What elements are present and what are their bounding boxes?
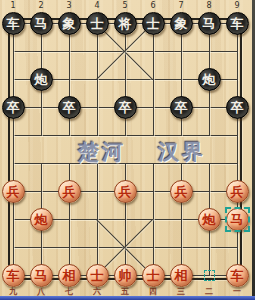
piece-black-soldier[interactable]: 卒 (114, 96, 137, 119)
file-label-top: 6 (147, 1, 159, 11)
file-label-bottom: 六 (91, 287, 103, 296)
piece-black-chariot[interactable]: 车 (226, 12, 249, 35)
file-label-bottom: 九 (7, 287, 19, 296)
window-edge-bottom (0, 296, 255, 300)
grid-line (181, 23, 182, 136)
grid-line (125, 23, 126, 136)
piece-red-chariot[interactable]: 车 (226, 264, 249, 287)
piece-red-soldier[interactable]: 兵 (2, 180, 25, 203)
piece-black-horse[interactable]: 马 (198, 12, 221, 35)
piece-red-general[interactable]: 帅 (114, 264, 137, 287)
piece-black-advisor[interactable]: 士 (142, 12, 165, 35)
piece-black-elephant[interactable]: 象 (58, 12, 81, 35)
window-edge-right (252, 0, 255, 300)
piece-black-cannon[interactable]: 炮 (198, 68, 221, 91)
piece-red-elephant[interactable]: 相 (58, 264, 81, 287)
file-label-bottom: 五 (119, 287, 131, 296)
piece-black-cannon[interactable]: 炮 (30, 68, 53, 91)
piece-red-soldier[interactable]: 兵 (226, 180, 249, 203)
file-label-top: 8 (203, 1, 215, 11)
piece-black-elephant[interactable]: 象 (170, 12, 193, 35)
piece-red-horse[interactable]: 马 (30, 264, 53, 287)
file-label-bottom: 八 (35, 287, 47, 296)
piece-red-soldier[interactable]: 兵 (58, 180, 81, 203)
piece-red-elephant[interactable]: 相 (170, 264, 193, 287)
piece-black-chariot[interactable]: 车 (2, 12, 25, 35)
file-label-top: 9 (231, 1, 243, 11)
piece-red-cannon[interactable]: 炮 (198, 208, 221, 231)
piece-red-advisor[interactable]: 士 (86, 264, 109, 287)
file-label-top: 2 (35, 1, 47, 11)
piece-red-soldier[interactable]: 兵 (114, 180, 137, 203)
piece-black-soldier[interactable]: 卒 (2, 96, 25, 119)
piece-red-chariot[interactable]: 车 (2, 264, 25, 287)
piece-black-general[interactable]: 将 (114, 12, 137, 35)
river-text-right: 汉界 (158, 138, 206, 166)
piece-black-soldier[interactable]: 卒 (58, 96, 81, 119)
piece-red-soldier[interactable]: 兵 (170, 180, 193, 203)
file-label-bottom: 三 (175, 287, 187, 296)
river-text-left: 楚河 (78, 138, 126, 166)
file-label-top: 5 (119, 1, 131, 11)
piece-red-cannon[interactable]: 炮 (30, 208, 53, 231)
file-label-bottom: 二 (203, 287, 215, 296)
grid-line (153, 23, 154, 136)
grid-line (13, 23, 14, 276)
file-label-bottom: 七 (63, 287, 75, 296)
piece-red-horse[interactable]: 马 (226, 208, 249, 231)
piece-red-advisor[interactable]: 士 (142, 264, 165, 287)
file-label-top: 7 (175, 1, 187, 11)
file-label-bottom: 四 (147, 287, 159, 296)
piece-black-advisor[interactable]: 士 (86, 12, 109, 35)
file-label-top: 4 (91, 1, 103, 11)
xiangqi-board[interactable]: 楚河 汉界 123456789九八七六五四三二一 车马象士将士象马车炮炮卒卒卒卒… (0, 0, 255, 300)
file-label-top: 1 (7, 1, 19, 11)
file-label-bottom: 一 (231, 287, 243, 296)
piece-black-soldier[interactable]: 卒 (226, 96, 249, 119)
grid-line (237, 23, 238, 276)
piece-black-horse[interactable]: 马 (30, 12, 53, 35)
grid-line (69, 23, 70, 136)
file-label-top: 3 (63, 1, 75, 11)
piece-black-soldier[interactable]: 卒 (170, 96, 193, 119)
